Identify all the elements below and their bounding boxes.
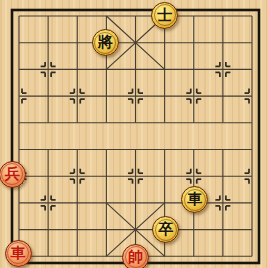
piece-ring xyxy=(154,4,176,26)
board-grid xyxy=(0,0,268,268)
piece-glyph: 帥 xyxy=(128,250,143,265)
piece-ring xyxy=(184,189,206,211)
grid-lines xyxy=(19,16,252,256)
piece-ring xyxy=(7,242,29,264)
piece-glyph: 車 xyxy=(11,246,26,261)
piece-glyph: 卒 xyxy=(158,222,173,237)
piece-ring xyxy=(125,246,147,268)
piece-glyph: 車 xyxy=(187,192,202,207)
piece-glyph: 兵 xyxy=(5,167,20,182)
red-chariot-piece[interactable]: 車 xyxy=(5,240,32,267)
black-advisor-piece[interactable]: 士 xyxy=(151,2,178,29)
piece-ring xyxy=(94,32,116,54)
piece-ring xyxy=(155,219,177,241)
piece-glyph: 士 xyxy=(157,8,172,23)
xiangqi-board: 士將兵車卒帥車 xyxy=(0,0,268,268)
red-general-piece[interactable]: 帥 xyxy=(122,244,149,268)
piece-glyph: 將 xyxy=(98,35,113,50)
piece-ring xyxy=(1,163,23,185)
black-general-piece[interactable]: 將 xyxy=(92,29,119,56)
red-soldier-piece[interactable]: 兵 xyxy=(0,161,26,188)
